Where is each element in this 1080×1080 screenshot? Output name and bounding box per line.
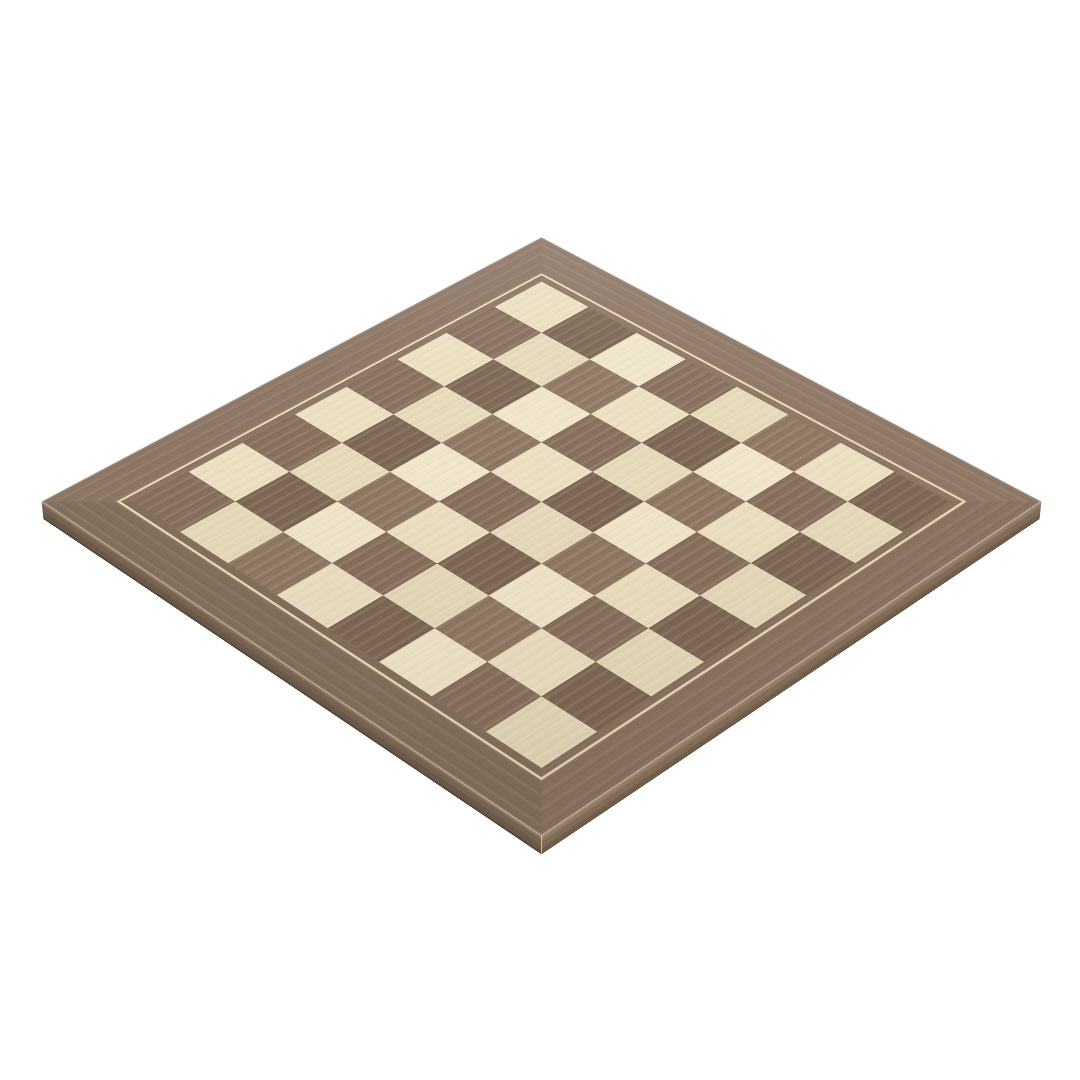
square-f4 [541, 532, 646, 595]
square-d3 [387, 502, 490, 564]
square-e3 [437, 532, 542, 595]
square-g4 [594, 563, 700, 628]
square-h1 [486, 696, 597, 768]
square-g6 [696, 502, 799, 564]
square-g3 [541, 595, 648, 661]
square-e2 [383, 563, 489, 628]
playing-field [133, 282, 949, 768]
photo-scene [0, 0, 1080, 1080]
chess-board [42, 237, 1042, 836]
square-f2 [434, 595, 541, 661]
square-c2 [283, 502, 386, 564]
square-h6 [750, 532, 855, 595]
board-top-face [42, 237, 1042, 836]
square-f5 [593, 502, 696, 564]
square-h5 [700, 563, 806, 628]
square-h2 [541, 662, 651, 732]
square-h7 [800, 502, 903, 564]
square-g5 [646, 532, 751, 595]
square-d2 [332, 532, 437, 595]
square-g2 [487, 628, 595, 696]
square-e1 [327, 595, 434, 661]
square-h4 [649, 595, 756, 661]
square-b1 [180, 502, 283, 564]
square-c1 [228, 532, 333, 595]
square-f3 [489, 563, 595, 628]
square-g1 [432, 662, 542, 732]
square-e4 [490, 502, 593, 564]
product-photo [0, 0, 1080, 1080]
square-d1 [277, 563, 383, 628]
square-h3 [596, 628, 704, 696]
square-f1 [379, 628, 487, 696]
